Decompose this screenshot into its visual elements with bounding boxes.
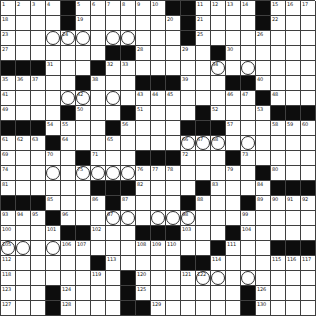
cell-r8c5[interactable]	[76, 121, 91, 136]
cell-r10c17[interactable]	[256, 151, 271, 166]
cell-r6c3[interactable]	[46, 91, 61, 106]
cell-r6c14[interactable]	[211, 91, 226, 106]
cell-r9c13[interactable]: 67	[196, 136, 211, 151]
cell-r18c18[interactable]	[271, 271, 286, 286]
cell-r18c0[interactable]: 118	[1, 271, 16, 286]
cell-r10c4[interactable]	[61, 151, 76, 166]
cell-r2c4[interactable]: 24	[61, 31, 76, 46]
cell-r2c16[interactable]	[241, 31, 256, 46]
cell-r9c19[interactable]	[286, 136, 301, 151]
cell-r0c14[interactable]: 12	[211, 1, 226, 16]
cell-r14c9[interactable]	[136, 211, 151, 226]
cell-r12c4[interactable]	[61, 181, 76, 196]
cell-r4c17[interactable]	[256, 61, 271, 76]
cell-r3c13[interactable]	[196, 46, 211, 61]
cell-r1c13[interactable]: 21	[196, 16, 211, 31]
cell-r4c7[interactable]: 32	[106, 61, 121, 76]
cell-r15c16[interactable]: 104	[241, 226, 256, 241]
cell-r12c2[interactable]	[31, 181, 46, 196]
cell-r9c14[interactable]: 68	[211, 136, 226, 151]
cell-r6c4[interactable]	[61, 91, 76, 106]
cell-r3c1[interactable]	[16, 46, 31, 61]
cell-r17c10[interactable]	[151, 256, 166, 271]
cell-r1c3[interactable]	[46, 16, 61, 31]
cell-r20c10[interactable]: 129	[151, 301, 166, 316]
cell-r5c1[interactable]: 36	[16, 76, 31, 91]
cell-r11c5[interactable]: 75	[76, 166, 91, 181]
cell-r0c19[interactable]: 16	[286, 1, 301, 16]
cell-r16c5[interactable]: 107	[76, 241, 91, 256]
cell-r8c10[interactable]	[151, 121, 166, 136]
cell-r4c15[interactable]	[226, 61, 241, 76]
cell-r19c17[interactable]: 126	[256, 286, 271, 301]
cell-r11c12[interactable]	[181, 166, 196, 181]
cell-r20c7[interactable]	[106, 301, 121, 316]
cell-r15c14[interactable]	[211, 226, 226, 241]
cell-r16c16[interactable]	[241, 241, 256, 256]
cell-r20c11[interactable]	[166, 301, 181, 316]
cell-r20c0[interactable]: 127	[1, 301, 16, 316]
cell-r18c17[interactable]	[256, 271, 271, 286]
cell-r0c8[interactable]: 8	[121, 1, 136, 16]
cell-r11c1[interactable]	[16, 166, 31, 181]
cell-r19c19[interactable]	[286, 286, 301, 301]
cell-r11c9[interactable]: 76	[136, 166, 151, 181]
cell-r6c8[interactable]	[121, 91, 136, 106]
cell-r14c13[interactable]	[196, 211, 211, 226]
cell-r11c7[interactable]	[106, 166, 121, 181]
cell-r20c12[interactable]	[181, 301, 196, 316]
cell-r4c14[interactable]: 34	[211, 61, 226, 76]
cell-r0c18[interactable]: 15	[271, 1, 286, 16]
cell-r13c6[interactable]: 86	[91, 196, 106, 211]
cell-r12c0[interactable]: 81	[1, 181, 16, 196]
cell-r9c5[interactable]	[76, 136, 91, 151]
cell-r19c10[interactable]	[151, 286, 166, 301]
cell-r9c6[interactable]	[91, 136, 106, 151]
cell-r6c9[interactable]: 43	[136, 91, 151, 106]
cell-r20c20[interactable]	[301, 301, 316, 316]
cell-r14c17[interactable]	[256, 211, 271, 226]
cell-r15c12[interactable]: 103	[181, 226, 196, 241]
cell-r2c3[interactable]	[46, 31, 61, 46]
cell-r11c10[interactable]: 77	[151, 166, 166, 181]
cell-r7c14[interactable]: 52	[211, 106, 226, 121]
cell-r5c12[interactable]: 39	[181, 76, 196, 91]
cell-r6c10[interactable]: 44	[151, 91, 166, 106]
cell-r2c11[interactable]	[166, 31, 181, 46]
cell-r10c16[interactable]: 73	[241, 151, 256, 166]
cell-r10c3[interactable]: 70	[46, 151, 61, 166]
cell-r1c16[interactable]	[241, 16, 256, 31]
cell-r2c14[interactable]	[211, 31, 226, 46]
cell-r5c4[interactable]	[61, 76, 76, 91]
cell-r11c0[interactable]: 74	[1, 166, 16, 181]
cell-r0c10[interactable]: 10	[151, 1, 166, 16]
cell-r9c10[interactable]	[151, 136, 166, 151]
cell-r16c7[interactable]	[106, 241, 121, 256]
cell-r2c20[interactable]	[301, 31, 316, 46]
cell-r7c2[interactable]	[31, 106, 46, 121]
cell-r10c12[interactable]: 72	[181, 151, 196, 166]
cell-r6c19[interactable]	[286, 91, 301, 106]
cell-r11c14[interactable]	[211, 166, 226, 181]
cell-r5c19[interactable]	[286, 76, 301, 91]
cell-r6c5[interactable]: 42	[76, 91, 91, 106]
cell-r5c8[interactable]	[121, 76, 136, 91]
cell-r16c4[interactable]: 106	[61, 241, 76, 256]
cell-r13c11[interactable]	[166, 196, 181, 211]
cell-r6c1[interactable]	[16, 91, 31, 106]
cell-r10c13[interactable]	[196, 151, 211, 166]
cell-r13c4[interactable]	[61, 196, 76, 211]
cell-r3c0[interactable]: 27	[1, 46, 16, 61]
cell-r15c18[interactable]	[271, 226, 286, 241]
cell-r10c19[interactable]	[286, 151, 301, 166]
cell-r9c0[interactable]: 61	[1, 136, 16, 151]
cell-r11c13[interactable]	[196, 166, 211, 181]
cell-r0c9[interactable]: 9	[136, 1, 151, 16]
cell-r2c15[interactable]	[226, 31, 241, 46]
cell-r12c15[interactable]	[226, 181, 241, 196]
cell-r14c2[interactable]: 95	[31, 211, 46, 226]
cell-r3c17[interactable]	[256, 46, 271, 61]
cell-r10c7[interactable]	[106, 151, 121, 166]
cell-r2c9[interactable]	[136, 31, 151, 46]
cell-r13c18[interactable]: 90	[271, 196, 286, 211]
cell-r13c20[interactable]: 92	[301, 196, 316, 211]
cell-r4c16[interactable]	[241, 61, 256, 76]
cell-r15c1[interactable]	[16, 226, 31, 241]
cell-r12c16[interactable]	[241, 181, 256, 196]
cell-r9c4[interactable]: 64	[61, 136, 76, 151]
cell-r11c15[interactable]: 79	[226, 166, 241, 181]
cell-r9c2[interactable]: 63	[31, 136, 46, 151]
cell-r11c19[interactable]	[286, 166, 301, 181]
cell-r6c7[interactable]	[106, 91, 121, 106]
cell-r16c9[interactable]: 108	[136, 241, 151, 256]
cell-r18c7[interactable]	[106, 271, 121, 286]
cell-r5c6[interactable]: 38	[91, 76, 106, 91]
cell-r13c5[interactable]	[76, 196, 91, 211]
cell-r18c12[interactable]: 121	[181, 271, 196, 286]
cell-r20c2[interactable]	[31, 301, 46, 316]
cell-r14c5[interactable]	[76, 211, 91, 226]
cell-r14c0[interactable]: 93	[1, 211, 16, 226]
cell-r6c0[interactable]: 41	[1, 91, 16, 106]
cell-r3c9[interactable]: 28	[136, 46, 151, 61]
cell-r6c20[interactable]	[301, 91, 316, 106]
cell-r16c6[interactable]	[91, 241, 106, 256]
cell-r13c8[interactable]: 87	[121, 196, 136, 211]
cell-r10c6[interactable]: 71	[91, 151, 106, 166]
cell-r16c2[interactable]	[31, 241, 46, 256]
cell-r17c3[interactable]	[46, 256, 61, 271]
cell-r18c2[interactable]	[31, 271, 46, 286]
cell-r4c8[interactable]: 33	[121, 61, 136, 76]
cell-r12c17[interactable]: 84	[256, 181, 271, 196]
cell-r1c5[interactable]: 19	[76, 16, 91, 31]
cell-r9c7[interactable]: 65	[106, 136, 121, 151]
cell-r4c20[interactable]	[301, 61, 316, 76]
cell-r18c4[interactable]	[61, 271, 76, 286]
cell-r17c2[interactable]	[31, 256, 46, 271]
cell-r4c13[interactable]	[196, 61, 211, 76]
cell-r14c12[interactable]: 98	[181, 211, 196, 226]
cell-r14c4[interactable]: 96	[61, 211, 76, 226]
cell-r0c16[interactable]: 14	[241, 1, 256, 16]
cell-r14c10[interactable]	[151, 211, 166, 226]
cell-r7c0[interactable]: 49	[1, 106, 16, 121]
cell-r13c19[interactable]: 91	[286, 196, 301, 211]
cell-r8c19[interactable]: 59	[286, 121, 301, 136]
cell-r13c9[interactable]	[136, 196, 151, 211]
cell-r17c14[interactable]: 114	[211, 256, 226, 271]
cell-r19c15[interactable]	[226, 286, 241, 301]
cell-r14c6[interactable]	[91, 211, 106, 226]
cell-r0c5[interactable]: 5	[76, 1, 91, 16]
cell-r14c11[interactable]	[166, 211, 181, 226]
cell-r9c9[interactable]	[136, 136, 151, 151]
cell-r18c6[interactable]: 119	[91, 271, 106, 286]
cell-r7c6[interactable]	[91, 106, 106, 121]
cell-r11c11[interactable]: 78	[166, 166, 181, 181]
cell-r1c7[interactable]	[106, 16, 121, 31]
cell-r8c11[interactable]	[166, 121, 181, 136]
cell-r1c9[interactable]	[136, 16, 151, 31]
cell-r15c0[interactable]: 100	[1, 226, 16, 241]
cell-r2c6[interactable]	[91, 31, 106, 46]
cell-r18c10[interactable]	[151, 271, 166, 286]
cell-r20c5[interactable]	[76, 301, 91, 316]
cell-r14c20[interactable]	[301, 211, 316, 226]
cell-r7c12[interactable]	[181, 106, 196, 121]
cell-r14c18[interactable]	[271, 211, 286, 226]
cell-r13c17[interactable]: 89	[256, 196, 271, 211]
cell-r8c16[interactable]	[241, 121, 256, 136]
cell-r15c20[interactable]	[301, 226, 316, 241]
cell-r6c18[interactable]: 48	[271, 91, 286, 106]
cell-r20c19[interactable]	[286, 301, 301, 316]
cell-r17c0[interactable]: 112	[1, 256, 16, 271]
cell-r4c11[interactable]	[166, 61, 181, 76]
cell-r20c14[interactable]	[211, 301, 226, 316]
cell-r10c14[interactable]	[211, 151, 226, 166]
cell-r12c1[interactable]	[16, 181, 31, 196]
cell-r7c15[interactable]	[226, 106, 241, 121]
cell-r17c15[interactable]	[226, 256, 241, 271]
cell-r17c18[interactable]: 115	[271, 256, 286, 271]
cell-r12c12[interactable]	[181, 181, 196, 196]
cell-r11c16[interactable]	[241, 166, 256, 181]
cell-r4c5[interactable]	[76, 61, 91, 76]
cell-r2c10[interactable]	[151, 31, 166, 46]
cell-r9c1[interactable]: 62	[16, 136, 31, 151]
cell-r7c5[interactable]: 50	[76, 106, 91, 121]
cell-r5c7[interactable]	[106, 76, 121, 91]
cell-r18c19[interactable]	[286, 271, 301, 286]
cell-r3c5[interactable]	[76, 46, 91, 61]
cell-r6c6[interactable]	[91, 91, 106, 106]
cell-r7c3[interactable]	[46, 106, 61, 121]
cell-r16c13[interactable]	[196, 241, 211, 256]
cell-r0c3[interactable]: 4	[46, 1, 61, 16]
cell-r15c13[interactable]	[196, 226, 211, 241]
cell-r7c16[interactable]	[241, 106, 256, 121]
cell-r2c8[interactable]	[121, 31, 136, 46]
cell-r7c9[interactable]: 51	[136, 106, 151, 121]
cell-r17c16[interactable]	[241, 256, 256, 271]
cell-r8c8[interactable]: 56	[121, 121, 136, 136]
cell-r3c19[interactable]	[286, 46, 301, 61]
cell-r8c6[interactable]	[91, 121, 106, 136]
cell-r20c15[interactable]	[226, 301, 241, 316]
cell-r18c1[interactable]	[16, 271, 31, 286]
cell-r0c13[interactable]: 11	[196, 1, 211, 16]
cell-r1c15[interactable]	[226, 16, 241, 31]
cell-r11c2[interactable]	[31, 166, 46, 181]
cell-r19c0[interactable]: 123	[1, 286, 16, 301]
cell-r17c17[interactable]	[256, 256, 271, 271]
cell-r2c7[interactable]	[106, 31, 121, 46]
cell-r4c19[interactable]	[286, 61, 301, 76]
cell-r6c15[interactable]: 46	[226, 91, 241, 106]
cell-r18c13[interactable]: 122	[196, 271, 211, 286]
cell-r15c3[interactable]: 101	[46, 226, 61, 241]
cell-r19c4[interactable]: 124	[61, 286, 76, 301]
cell-r6c16[interactable]: 47	[241, 91, 256, 106]
cell-r13c3[interactable]: 85	[46, 196, 61, 211]
cell-r11c18[interactable]: 80	[271, 166, 286, 181]
cell-r3c16[interactable]	[241, 46, 256, 61]
cell-r19c14[interactable]	[211, 286, 226, 301]
cell-r5c2[interactable]: 37	[31, 76, 46, 91]
cell-r0c0[interactable]: 1	[1, 1, 16, 16]
cell-r3c4[interactable]	[61, 46, 76, 61]
cell-r5c17[interactable]: 40	[256, 76, 271, 91]
cell-r3c6[interactable]	[91, 46, 106, 61]
cell-r18c3[interactable]	[46, 271, 61, 286]
cell-r14c1[interactable]: 94	[16, 211, 31, 226]
cell-r1c2[interactable]	[31, 16, 46, 31]
cell-r16c11[interactable]: 110	[166, 241, 181, 256]
cell-r19c6[interactable]	[91, 286, 106, 301]
cell-r9c18[interactable]	[271, 136, 286, 151]
cell-r12c3[interactable]	[46, 181, 61, 196]
cell-r10c2[interactable]	[31, 151, 46, 166]
cell-r1c1[interactable]	[16, 16, 31, 31]
cell-r0c20[interactable]: 17	[301, 1, 316, 16]
cell-r1c11[interactable]: 20	[166, 16, 181, 31]
cell-r13c10[interactable]	[151, 196, 166, 211]
cell-r18c14[interactable]	[211, 271, 226, 286]
cell-r17c8[interactable]	[121, 256, 136, 271]
cell-r12c14[interactable]: 83	[211, 181, 226, 196]
cell-r17c9[interactable]	[136, 256, 151, 271]
cell-r19c2[interactable]	[31, 286, 46, 301]
cell-r6c11[interactable]: 45	[166, 91, 181, 106]
cell-r12c10[interactable]	[151, 181, 166, 196]
cell-r3c15[interactable]: 30	[226, 46, 241, 61]
cell-r2c19[interactable]	[286, 31, 301, 46]
cell-r10c18[interactable]	[271, 151, 286, 166]
cell-r16c8[interactable]	[121, 241, 136, 256]
cell-r1c19[interactable]	[286, 16, 301, 31]
cell-r7c17[interactable]: 53	[256, 106, 271, 121]
cell-r16c12[interactable]	[181, 241, 196, 256]
cell-r20c1[interactable]	[16, 301, 31, 316]
cell-r19c20[interactable]	[301, 286, 316, 301]
cell-r11c3[interactable]	[46, 166, 61, 181]
cell-r4c9[interactable]	[136, 61, 151, 76]
cell-r18c11[interactable]	[166, 271, 181, 286]
cell-r14c19[interactable]	[286, 211, 301, 226]
cell-r19c18[interactable]	[271, 286, 286, 301]
cell-r4c10[interactable]	[151, 61, 166, 76]
cell-r2c5[interactable]	[76, 31, 91, 46]
cell-r4c3[interactable]: 31	[46, 61, 61, 76]
cell-r20c18[interactable]	[271, 301, 286, 316]
cell-r3c12[interactable]: 29	[181, 46, 196, 61]
cell-r5c0[interactable]: 35	[1, 76, 16, 91]
cell-r0c15[interactable]: 13	[226, 1, 241, 16]
cell-r2c0[interactable]: 23	[1, 31, 16, 46]
cell-r9c16[interactable]	[241, 136, 256, 151]
cell-r6c13[interactable]	[196, 91, 211, 106]
cell-r15c17[interactable]	[256, 226, 271, 241]
cell-r16c17[interactable]	[256, 241, 271, 256]
cell-r14c7[interactable]: 97	[106, 211, 121, 226]
cell-r9c15[interactable]	[226, 136, 241, 151]
cell-r16c1[interactable]	[16, 241, 31, 256]
cell-r3c11[interactable]	[166, 46, 181, 61]
cell-r1c18[interactable]: 22	[271, 16, 286, 31]
cell-r18c20[interactable]	[301, 271, 316, 286]
cell-r5c3[interactable]	[46, 76, 61, 91]
cell-r1c20[interactable]	[301, 16, 316, 31]
cell-r15c8[interactable]	[121, 226, 136, 241]
cell-r13c13[interactable]: 88	[196, 196, 211, 211]
cell-r19c13[interactable]	[196, 286, 211, 301]
cell-r8c9[interactable]	[136, 121, 151, 136]
cell-r8c3[interactable]: 54	[46, 121, 61, 136]
cell-r9c12[interactable]: 66	[181, 136, 196, 151]
cell-r11c4[interactable]	[61, 166, 76, 181]
cell-r16c3[interactable]	[46, 241, 61, 256]
cell-r9c11[interactable]	[166, 136, 181, 151]
cell-r17c11[interactable]	[166, 256, 181, 271]
cell-r6c2[interactable]	[31, 91, 46, 106]
cell-r0c6[interactable]: 6	[91, 1, 106, 16]
cell-r0c2[interactable]: 3	[31, 1, 46, 16]
cell-r15c7[interactable]	[106, 226, 121, 241]
cell-r11c6[interactable]	[91, 166, 106, 181]
cell-r3c18[interactable]	[271, 46, 286, 61]
cell-r14c14[interactable]	[211, 211, 226, 226]
cell-r7c7[interactable]	[106, 106, 121, 121]
cell-r10c1[interactable]	[16, 151, 31, 166]
cell-r17c7[interactable]: 113	[106, 256, 121, 271]
cell-r1c0[interactable]: 18	[1, 16, 16, 31]
cell-r20c4[interactable]: 128	[61, 301, 76, 316]
cell-r19c5[interactable]	[76, 286, 91, 301]
cell-r7c11[interactable]	[166, 106, 181, 121]
cell-r20c13[interactable]	[196, 301, 211, 316]
cell-r7c1[interactable]	[16, 106, 31, 121]
cell-r17c4[interactable]	[61, 256, 76, 271]
cell-r9c20[interactable]	[301, 136, 316, 151]
cell-r18c16[interactable]	[241, 271, 256, 286]
